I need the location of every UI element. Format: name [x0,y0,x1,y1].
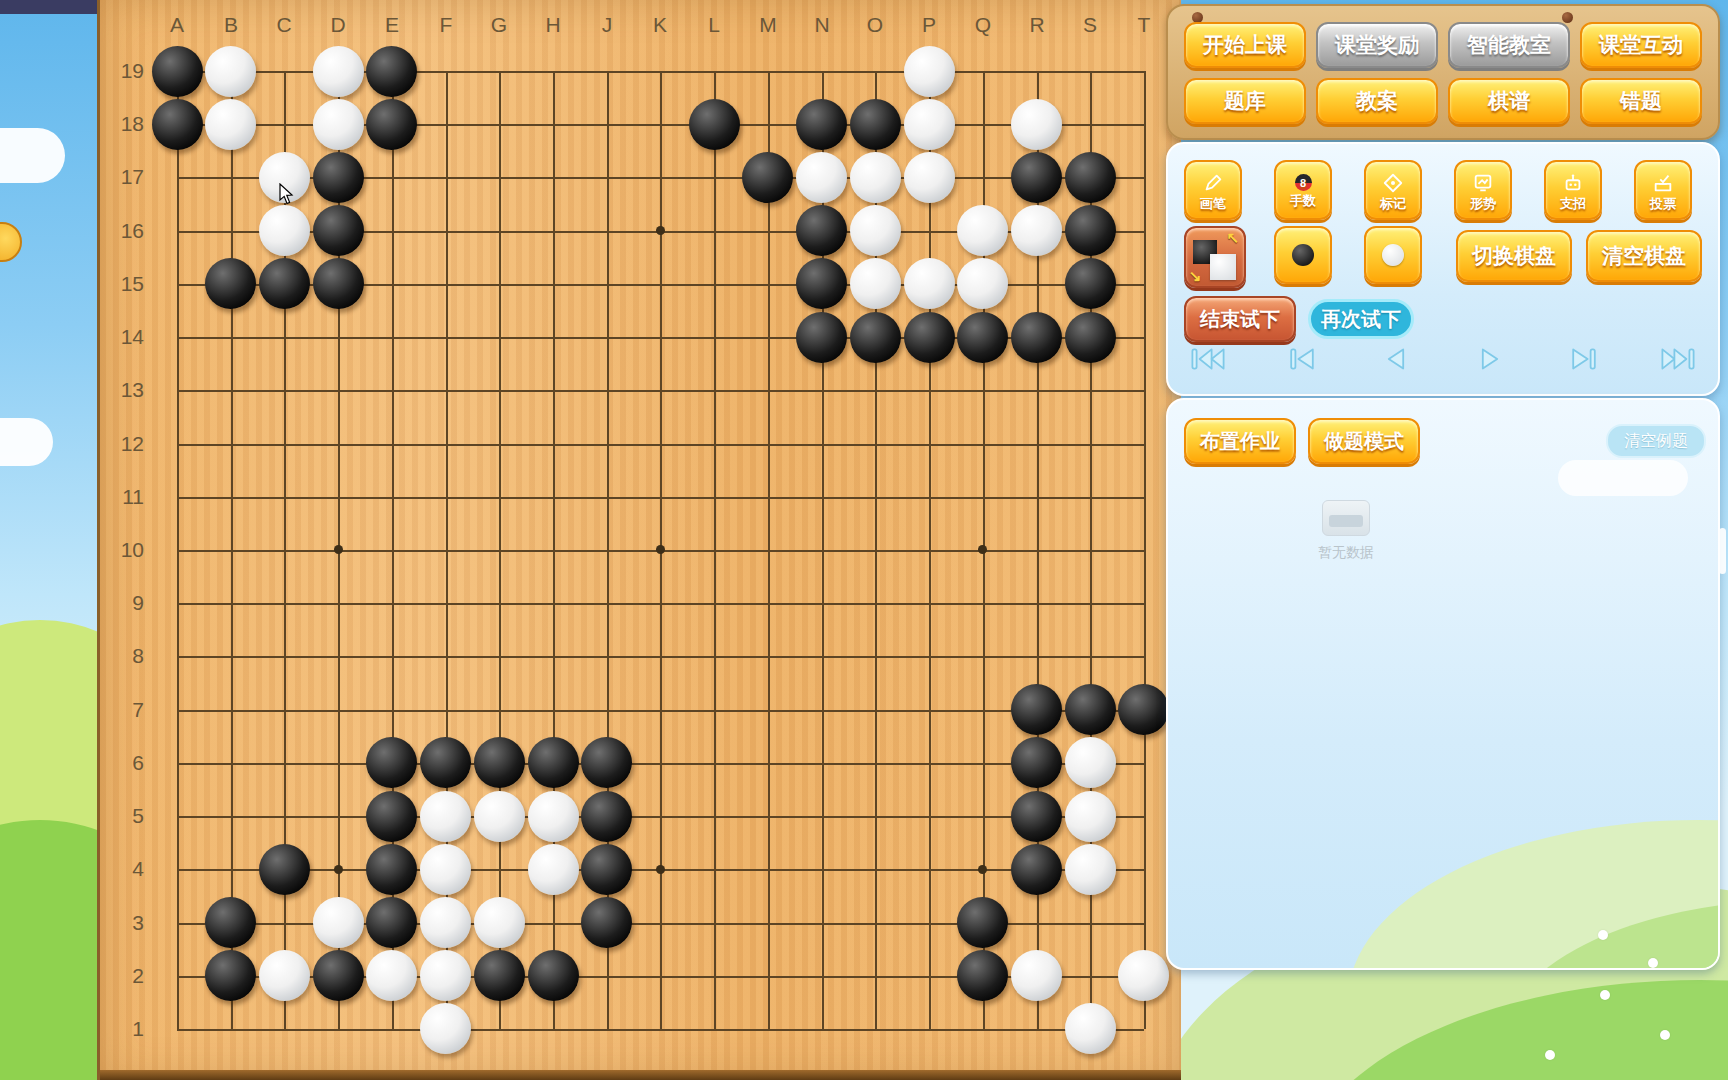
flower [1660,1030,1670,1040]
black-stone-J5[interactable] [581,791,632,842]
ballot-icon [1652,172,1674,194]
black-stone-T7[interactable] [1118,684,1169,735]
cloud [0,418,53,466]
white-stone-icon [1382,244,1404,266]
column-label: A [170,13,184,37]
black-stone-icon [1292,244,1314,266]
row-label: 10 [102,538,144,562]
white-stone-S4[interactable] [1065,844,1116,895]
assign-homework-button[interactable]: 布置作业 [1184,418,1296,464]
column-label: C [276,13,291,37]
white-stone-G5[interactable] [474,791,525,842]
switch-board-button[interactable]: 切换棋盘 [1456,230,1572,282]
alternate-color-toggle-button[interactable]: ↖ ↘ [1184,226,1246,288]
column-label: K [653,13,667,37]
black-stone-H2[interactable] [528,950,579,1001]
grid-line [768,71,770,1029]
row-label: 1 [102,1017,144,1041]
column-label: N [814,13,829,37]
white-stone-T2[interactable] [1118,950,1169,1001]
row-label: 9 [102,591,144,615]
white-stone-D18[interactable] [313,99,364,150]
black-stone-D17[interactable] [313,152,364,203]
row-label: 11 [102,485,144,509]
grid-line [177,656,1144,658]
white-stone-R2[interactable] [1011,950,1062,1001]
black-stone-R4[interactable] [1011,844,1062,895]
flower [1648,958,1658,968]
black-stone-D15[interactable] [313,258,364,309]
column-label: T [1138,13,1151,37]
step-forward-button[interactable] [1472,344,1508,374]
grid-line [177,1029,1144,1031]
grid-line [1144,71,1146,1029]
column-label: O [867,13,883,37]
white-stone-R16[interactable] [1011,205,1062,256]
clear-board-button[interactable]: 清空棋盘 [1586,230,1702,282]
row-label: 7 [102,698,144,722]
row-label: 12 [102,432,144,456]
black-stone-Q3[interactable] [957,897,1008,948]
white-stone-F2[interactable] [420,950,471,1001]
white-stone-P19[interactable] [904,46,955,97]
black-stone-S16[interactable] [1065,205,1116,256]
black-stone-N15[interactable] [796,258,847,309]
problem-mode-button[interactable]: 做题模式 [1308,418,1420,464]
black-stone-R5[interactable] [1011,791,1062,842]
column-label: Q [975,13,991,37]
black-stone-A19[interactable] [152,46,203,97]
end-trial-button[interactable]: 结束试下 [1184,296,1296,342]
vote-button[interactable]: 投票 [1634,160,1692,220]
app-window: ABCDEFGHJKLMNOPQRST191817161514131211109… [0,0,1728,1080]
black-stone-B15[interactable] [205,258,256,309]
black-stone-M17[interactable] [742,152,793,203]
next-variation-button[interactable] [1566,344,1602,374]
white-stone-S5[interactable] [1065,791,1116,842]
territory-icon [1472,172,1494,194]
white-stone-D3[interactable] [313,897,364,948]
black-stone-Q2[interactable] [957,950,1008,1001]
black-stone-R6[interactable] [1011,737,1062,788]
white-stone-G3[interactable] [474,897,525,948]
row-label: 6 [102,751,144,775]
grid-line [177,603,1144,605]
black-stone-J6[interactable] [581,737,632,788]
column-label: P [922,13,936,37]
previous-variation-button[interactable] [1284,344,1320,374]
black-stone-N16[interactable] [796,205,847,256]
white-stone-N17[interactable] [796,152,847,203]
black-stone-C15[interactable] [259,258,310,309]
column-label: D [330,13,345,37]
row-label: 13 [102,378,144,402]
white-stone-O16[interactable] [850,205,901,256]
smart-classroom-button[interactable]: 智能教室 [1448,22,1570,68]
flower [1600,990,1610,1000]
pencil-icon [1202,172,1224,194]
white-stone-C2[interactable] [259,950,310,1001]
black-stone-B3[interactable] [205,897,256,948]
white-stone-H5[interactable] [528,791,579,842]
grid-line [177,763,1144,765]
white-stone-Q16[interactable] [957,205,1008,256]
black-stone-Q14[interactable] [957,312,1008,363]
black-stone-J4[interactable] [581,844,632,895]
column-label: E [385,13,399,37]
white-stone-R18[interactable] [1011,99,1062,150]
column-label: M [759,13,777,37]
move-number-icon: 8 [1295,174,1312,191]
game-record-button[interactable]: 棋谱 [1448,78,1570,124]
grid-line [929,71,931,1029]
board-tools-card: 画笔 8 手数 标记 形势 支招 投票 ↖ ↘ 切换棋盘 [1166,142,1720,396]
step-back-button[interactable] [1378,344,1414,374]
hoshi-point [656,226,665,235]
white-stone-B19[interactable] [205,46,256,97]
black-stone-E5[interactable] [366,791,417,842]
black-stone-R7[interactable] [1011,684,1062,735]
nail-icon [1562,12,1573,23]
black-stone-R14[interactable] [1011,312,1062,363]
black-stone-B2[interactable] [205,950,256,1001]
hoshi-point [656,545,665,554]
white-stone-S1[interactable] [1065,1003,1116,1054]
black-stone-A18[interactable] [152,99,203,150]
column-label: H [545,13,560,37]
column-label: F [440,13,453,37]
black-stone-S17[interactable] [1065,152,1116,203]
black-stone-D2[interactable] [313,950,364,1001]
black-stone-N18[interactable] [796,99,847,150]
go-board[interactable]: ABCDEFGHJKLMNOPQRST191817161514131211109… [97,0,1181,1080]
hoshi-point [334,545,343,554]
black-stone-S15[interactable] [1065,258,1116,309]
row-label: 4 [102,857,144,881]
flower [1598,930,1608,940]
column-label: R [1029,13,1044,37]
place-white-button[interactable] [1364,226,1422,284]
cloud [0,128,65,183]
column-label: G [491,13,507,37]
brush-button[interactable]: 画笔 [1184,160,1242,220]
black-stone-N14[interactable] [796,312,847,363]
retry-trial-button[interactable]: 再次试下 [1308,299,1414,339]
mouse-cursor-icon [275,183,297,205]
black-stone-D16[interactable] [313,205,364,256]
swap-arrow-icon: ↖ [1226,229,1239,247]
mark-icon [1382,172,1404,194]
row-label: 18 [102,112,144,136]
black-stone-O14[interactable] [850,312,901,363]
black-stone-L18[interactable] [689,99,740,150]
hoshi-point [978,545,987,554]
black-stone-S7[interactable] [1065,684,1116,735]
column-label: S [1083,13,1097,37]
white-stone-F1[interactable] [420,1003,471,1054]
black-stone-G6[interactable] [474,737,525,788]
white-stone-F3[interactable] [420,897,471,948]
robot-icon [1562,172,1584,194]
white-stone-Q15[interactable] [957,258,1008,309]
grid-line [714,71,716,1029]
row-label: 8 [102,644,144,668]
grid-line [177,816,1144,818]
wrong-question-button[interactable]: 错题 [1580,78,1702,124]
row-label: 19 [102,59,144,83]
row-label: 2 [102,964,144,988]
place-black-button[interactable] [1274,226,1332,284]
white-stone-E2[interactable] [366,950,417,1001]
white-stone-S6[interactable] [1065,737,1116,788]
cloud [1558,460,1688,496]
row-label: 15 [102,272,144,296]
white-stone-B18[interactable] [205,99,256,150]
row-label: 14 [102,325,144,349]
white-stone-P17[interactable] [904,152,955,203]
white-stone-H4[interactable] [528,844,579,895]
black-stone-H6[interactable] [528,737,579,788]
black-stone-E3[interactable] [366,897,417,948]
white-stone-O17[interactable] [850,152,901,203]
grid-line [177,710,1144,712]
black-stone-E6[interactable] [366,737,417,788]
clear-examples-button[interactable]: 清空例题 [1606,424,1706,458]
row-label: 3 [102,911,144,935]
class-control-card: 开始上课 课堂奖励 智能教室 课堂互动 题库 教案 棋谱 错题 [1166,4,1720,140]
move-number-button[interactable]: 8 手数 [1274,160,1332,220]
side-tab-button[interactable] [0,222,22,262]
black-stone-E4[interactable] [366,844,417,895]
scrollbar[interactable] [1719,528,1726,574]
white-stone-D19[interactable] [313,46,364,97]
black-stone-G2[interactable] [474,950,525,1001]
hoshi-point [334,865,343,874]
column-label: J [602,13,613,37]
hoshi-point [978,865,987,874]
territory-button[interactable]: 形势 [1454,160,1512,220]
question-bank-button[interactable]: 题库 [1184,78,1306,124]
column-label: L [708,13,720,37]
lesson-plan-button[interactable]: 教案 [1316,78,1438,124]
black-stone-E18[interactable] [366,99,417,150]
swap-arrow-icon: ↘ [1189,267,1202,285]
white-stone-F4[interactable] [420,844,471,895]
white-stone-F5[interactable] [420,791,471,842]
hoshi-point [656,865,665,874]
white-stone-O15[interactable] [850,258,901,309]
class-reward-button[interactable]: 课堂奖励 [1316,22,1438,68]
row-label: 17 [102,165,144,189]
empty-box-icon [1322,500,1370,536]
white-stone-C16[interactable] [259,205,310,256]
window-corner [0,0,97,14]
skip-to-start-button[interactable] [1190,344,1226,374]
white-stone-P18[interactable] [904,99,955,150]
white-stone-P15[interactable] [904,258,955,309]
homework-card: 布置作业 做题模式 清空例题 暂无数据 [1166,398,1720,970]
hint-button[interactable]: 支招 [1544,160,1602,220]
row-label: 16 [102,219,144,243]
black-stone-O18[interactable] [850,99,901,150]
board-edge [100,1070,1181,1080]
column-label: B [224,13,238,37]
start-class-button[interactable]: 开始上课 [1184,22,1306,68]
black-stone-F6[interactable] [420,737,471,788]
black-stone-E19[interactable] [366,46,417,97]
black-stone-P14[interactable] [904,312,955,363]
black-stone-J3[interactable] [581,897,632,948]
class-interaction-button[interactable]: 课堂互动 [1580,22,1702,68]
white-stone-icon [1210,254,1236,280]
flower [1545,1050,1555,1060]
skip-to-end-button[interactable] [1660,344,1696,374]
mark-button[interactable]: 标记 [1364,160,1422,220]
black-stone-C4[interactable] [259,844,310,895]
no-data-placeholder: 暂无数据 [1286,500,1406,562]
black-stone-R17[interactable] [1011,152,1062,203]
row-label: 5 [102,804,144,828]
black-stone-S14[interactable] [1065,312,1116,363]
